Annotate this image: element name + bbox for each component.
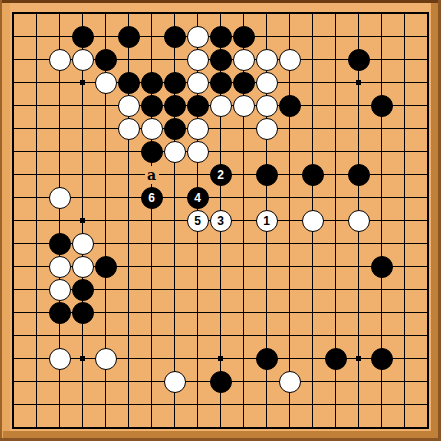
white-stone — [187, 118, 209, 140]
go-diagram: 264531a — [0, 0, 441, 441]
star-point — [356, 356, 361, 361]
white-stone — [118, 118, 140, 140]
move-3-stone-white: 3 — [210, 210, 232, 232]
white-stone — [95, 348, 117, 370]
white-stone — [302, 210, 324, 232]
black-stone — [279, 95, 301, 117]
black-stone — [210, 371, 232, 393]
black-stone — [118, 72, 140, 94]
grid-line-vertical — [404, 14, 405, 428]
white-stone — [210, 95, 232, 117]
black-stone — [371, 256, 393, 278]
grid-line-vertical — [289, 14, 290, 428]
black-stone — [256, 164, 278, 186]
black-stone — [49, 233, 71, 255]
white-stone — [72, 233, 94, 255]
board-frame-edge-top — [0, 0, 441, 3]
black-stone — [164, 95, 186, 117]
black-stone — [141, 141, 163, 163]
white-stone — [256, 95, 278, 117]
white-stone — [187, 26, 209, 48]
label-a: a — [145, 166, 159, 184]
white-stone — [118, 95, 140, 117]
black-stone — [233, 72, 255, 94]
white-stone — [279, 49, 301, 71]
white-stone — [49, 256, 71, 278]
board-frame-right — [431, 3, 438, 438]
grid-line-horizontal — [14, 404, 428, 405]
white-stone — [279, 371, 301, 393]
white-stone — [72, 49, 94, 71]
move-1-stone-white: 1 — [256, 210, 278, 232]
black-stone — [72, 26, 94, 48]
move-6-stone-black: 6 — [141, 187, 163, 209]
board-frame-left — [2, 3, 10, 438]
black-stone — [210, 26, 232, 48]
black-stone — [325, 348, 347, 370]
star-point — [218, 356, 223, 361]
black-stone — [233, 26, 255, 48]
black-stone — [210, 72, 232, 94]
white-stone — [164, 371, 186, 393]
white-stone — [49, 49, 71, 71]
black-stone — [210, 49, 232, 71]
grid-line-horizontal — [14, 335, 428, 336]
move-5-stone-white: 5 — [187, 210, 209, 232]
white-stone — [49, 187, 71, 209]
white-stone — [95, 72, 117, 94]
black-stone — [187, 95, 209, 117]
black-stone — [95, 256, 117, 278]
white-stone — [141, 118, 163, 140]
black-stone — [164, 26, 186, 48]
move-4-stone-black: 4 — [187, 187, 209, 209]
star-point — [356, 80, 361, 85]
black-stone — [72, 279, 94, 301]
white-stone — [233, 95, 255, 117]
black-stone — [302, 164, 324, 186]
black-stone — [348, 164, 370, 186]
white-stone — [233, 49, 255, 71]
black-stone — [371, 348, 393, 370]
white-stone — [49, 348, 71, 370]
star-point — [80, 80, 85, 85]
black-stone — [256, 348, 278, 370]
white-stone — [72, 256, 94, 278]
white-stone — [256, 118, 278, 140]
white-stone — [164, 141, 186, 163]
white-stone — [348, 210, 370, 232]
star-point — [80, 356, 85, 361]
black-stone — [348, 49, 370, 71]
black-stone — [164, 118, 186, 140]
black-stone — [141, 95, 163, 117]
black-stone — [49, 302, 71, 324]
black-stone — [141, 72, 163, 94]
board-frame-edge-left — [0, 0, 2, 441]
move-2-stone-black: 2 — [210, 164, 232, 186]
go-board: 264531a — [0, 0, 441, 441]
white-stone — [256, 49, 278, 71]
black-stone — [95, 49, 117, 71]
white-stone — [256, 72, 278, 94]
board-frame-bottom — [3, 431, 438, 438]
black-stone — [72, 302, 94, 324]
white-stone — [49, 279, 71, 301]
white-stone — [187, 49, 209, 71]
black-stone — [164, 72, 186, 94]
black-stone — [371, 95, 393, 117]
white-stone — [187, 72, 209, 94]
white-stone — [187, 141, 209, 163]
star-point — [80, 218, 85, 223]
black-stone — [118, 26, 140, 48]
